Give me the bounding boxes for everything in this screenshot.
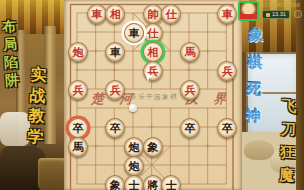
- piece-red-車[interactable]: 車: [87, 4, 107, 24]
- caption-char: 战: [29, 85, 46, 106]
- piece-black-將[interactable]: 將: [143, 175, 163, 190]
- wicker-basket: [38, 158, 66, 190]
- piece-red-炮[interactable]: 炮: [68, 42, 88, 62]
- pillow: [244, 140, 274, 160]
- caption-char: 狂: [280, 140, 296, 164]
- piece-red-相[interactable]: 相: [143, 42, 163, 62]
- caption-char: 教: [28, 106, 45, 127]
- livestream-overlay: 日常58597366 13.31: [236, 0, 304, 24]
- caption-char: 死: [246, 75, 262, 103]
- caption-char: 学: [27, 126, 44, 147]
- move-dot-marker: [129, 104, 137, 112]
- caption-char: 布: [2, 17, 17, 36]
- stat-pill: 13.31: [262, 10, 290, 19]
- piece-black-象[interactable]: 象: [105, 175, 125, 190]
- piece-red-兵[interactable]: 兵: [180, 80, 200, 100]
- caption-char: 实: [30, 65, 47, 86]
- piece-black-馬[interactable]: 馬: [68, 137, 88, 157]
- caption-char: 神: [245, 102, 261, 130]
- caption-char: 棋: [247, 48, 263, 76]
- piece-black-卒[interactable]: 卒: [68, 118, 88, 138]
- piece-black-炮[interactable]: 炮: [124, 137, 144, 157]
- room-id-text: 日常58597366: [262, 2, 300, 9]
- xiangqi-board[interactable]: 楚 河 汉 界 多乐中国象棋 車相帥仕車仕炮相馬兵兵兵兵兵車車卒卒卒卒馬炮象炮象…: [64, 0, 242, 190]
- piece-black-車[interactable]: 車: [124, 23, 144, 43]
- caption-shizhan-jiaoxue: 实战教学: [25, 65, 49, 148]
- caption-xiangqi-sishen: 象棋死神: [243, 21, 266, 130]
- coin-icon: [266, 13, 270, 17]
- caption-char: 阱: [4, 71, 19, 90]
- xiangqi-livestream-screenshot: 楚 河 汉 界 多乐中国象棋 車相帥仕車仕炮相馬兵兵兵兵兵車車卒卒卒卒馬炮象炮象…: [0, 0, 304, 190]
- app-watermark: 多乐中国象棋: [130, 92, 178, 102]
- stat-value: 13.31: [272, 12, 286, 18]
- avatar-banner: [240, 14, 257, 19]
- caption-char: 局: [3, 35, 18, 54]
- piece-black-士[interactable]: 士: [161, 175, 181, 190]
- piece-red-馬[interactable]: 馬: [180, 42, 200, 62]
- piece-red-帥[interactable]: 帥: [143, 4, 163, 24]
- caption-char: 飞: [281, 94, 297, 118]
- caption-char: 刀: [281, 117, 297, 141]
- piece-black-象[interactable]: 象: [143, 137, 163, 157]
- caption-char: 魔: [279, 163, 295, 187]
- piece-red-兵[interactable]: 兵: [143, 61, 163, 81]
- caption-char: 象: [248, 21, 264, 49]
- piece-red-兵[interactable]: 兵: [68, 80, 88, 100]
- streamer-avatar[interactable]: [238, 1, 259, 21]
- piece-black-卒[interactable]: 卒: [180, 118, 200, 138]
- caption-feidao-kuangmo: 飞刀狂魔: [277, 94, 298, 187]
- caption-char: 陷: [4, 53, 19, 72]
- piece-black-士[interactable]: 士: [124, 175, 144, 190]
- gift-icon[interactable]: [294, 10, 302, 18]
- piece-red-仕[interactable]: 仕: [143, 23, 163, 43]
- piece-black-炮[interactable]: 炮: [124, 156, 144, 176]
